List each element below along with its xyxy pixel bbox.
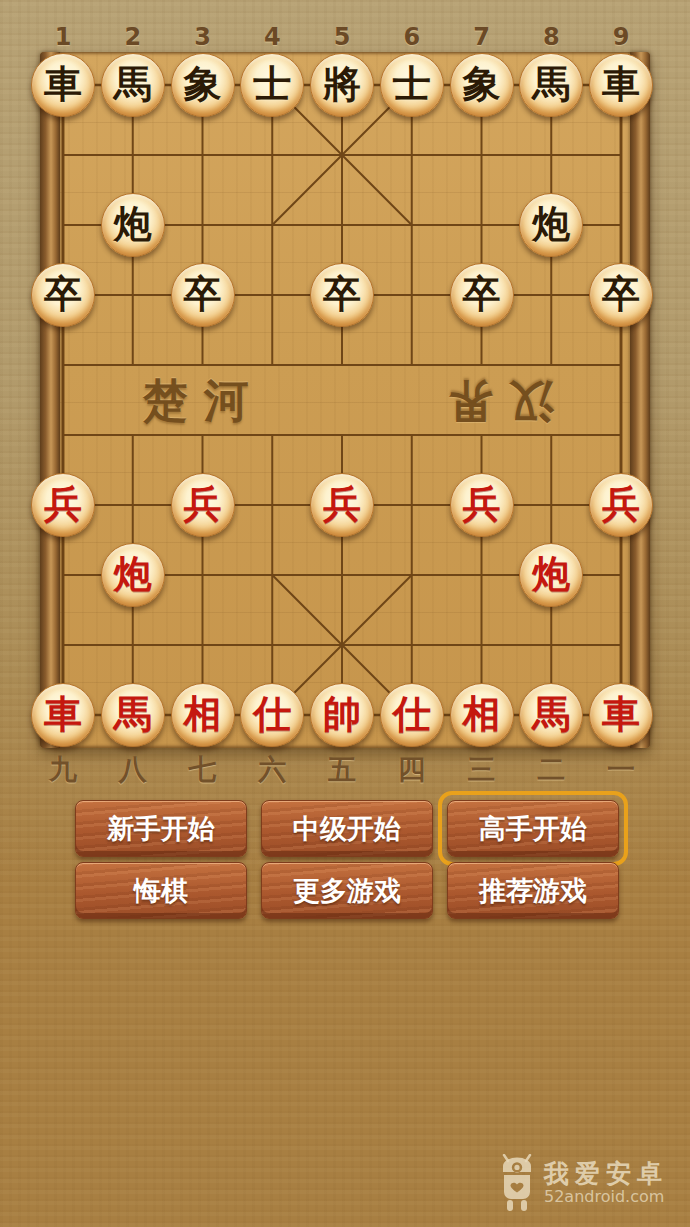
- piece-black-車[interactable]: 車: [31, 53, 95, 117]
- piece-red-相[interactable]: 相: [171, 683, 235, 747]
- watermark: 我爱安卓 52android.com: [499, 1154, 668, 1212]
- file-number-bottom-2: 八: [103, 752, 163, 788]
- piece-red-車[interactable]: 車: [31, 683, 95, 747]
- file-number-bottom-9: 一: [591, 752, 651, 788]
- file-number-top-8: 8: [521, 22, 581, 52]
- button-start-beginner[interactable]: 新手开始: [75, 800, 247, 857]
- button-more-games[interactable]: 更多游戏: [261, 862, 433, 919]
- piece-red-炮[interactable]: 炮: [519, 543, 583, 607]
- piece-red-兵[interactable]: 兵: [450, 473, 514, 537]
- piece-red-仕[interactable]: 仕: [380, 683, 444, 747]
- piece-black-士[interactable]: 士: [240, 53, 304, 117]
- piece-black-馬[interactable]: 馬: [519, 53, 583, 117]
- board-left-rail: [40, 52, 60, 748]
- piece-black-象[interactable]: 象: [171, 53, 235, 117]
- piece-black-將[interactable]: 將: [310, 53, 374, 117]
- file-number-top-4: 4: [242, 22, 302, 52]
- file-number-bottom-4: 六: [242, 752, 302, 788]
- file-number-top-3: 3: [173, 22, 233, 52]
- button-undo-move[interactable]: 悔棋: [75, 862, 247, 919]
- file-number-top-7: 7: [452, 22, 512, 52]
- menu-button-grid: 新手开始中级开始高手开始悔棋更多游戏推荐游戏: [75, 800, 619, 919]
- piece-red-馬[interactable]: 馬: [519, 683, 583, 747]
- piece-red-帥[interactable]: 帥: [310, 683, 374, 747]
- piece-red-仕[interactable]: 仕: [240, 683, 304, 747]
- piece-black-卒[interactable]: 卒: [171, 263, 235, 327]
- piece-black-卒[interactable]: 卒: [450, 263, 514, 327]
- file-number-bottom-6: 四: [382, 752, 442, 788]
- watermark-title: 我爱安卓: [544, 1160, 668, 1188]
- piece-red-兵[interactable]: 兵: [589, 473, 653, 537]
- piece-black-馬[interactable]: 馬: [101, 53, 165, 117]
- piece-black-炮[interactable]: 炮: [101, 193, 165, 257]
- file-number-bottom-1: 九: [33, 752, 93, 788]
- board-right-rail: [630, 52, 650, 748]
- file-number-top-9: 9: [591, 22, 651, 52]
- button-recommended-games[interactable]: 推荐游戏: [447, 862, 619, 919]
- file-number-top-6: 6: [382, 22, 442, 52]
- file-number-top-1: 1: [33, 22, 93, 52]
- file-number-top-2: 2: [103, 22, 163, 52]
- piece-black-士[interactable]: 士: [380, 53, 444, 117]
- watermark-site: 52android.com: [544, 1187, 664, 1208]
- file-number-bottom-7: 三: [452, 752, 512, 788]
- button-start-master[interactable]: 高手开始: [447, 800, 619, 857]
- file-number-top-5: 5: [312, 22, 372, 52]
- button-start-intermediate[interactable]: 中级开始: [261, 800, 433, 857]
- piece-red-車[interactable]: 車: [589, 683, 653, 747]
- piece-black-卒[interactable]: 卒: [31, 263, 95, 327]
- river-label-chuhe: 楚河: [143, 368, 265, 434]
- piece-red-相[interactable]: 相: [450, 683, 514, 747]
- file-number-bottom-8: 二: [521, 752, 581, 788]
- piece-black-炮[interactable]: 炮: [519, 193, 583, 257]
- piece-red-兵[interactable]: 兵: [31, 473, 95, 537]
- xiangqi-board[interactable]: 楚河 汉界 車馬象士將士象馬車炮炮卒卒卒卒卒兵兵兵兵兵炮炮車馬相仕帥仕相馬車: [40, 52, 650, 748]
- piece-red-兵[interactable]: 兵: [171, 473, 235, 537]
- piece-black-卒[interactable]: 卒: [589, 263, 653, 327]
- board-grid-lines: [40, 52, 650, 748]
- piece-red-兵[interactable]: 兵: [310, 473, 374, 537]
- piece-black-車[interactable]: 車: [589, 53, 653, 117]
- file-number-bottom-5: 五: [312, 752, 372, 788]
- piece-red-馬[interactable]: 馬: [101, 683, 165, 747]
- file-number-bottom-3: 七: [173, 752, 233, 788]
- xiangqi-app-screen: 123456789 楚河 汉界 車馬象士將士象馬車炮炮卒卒卒卒卒兵兵兵兵兵炮炮車…: [0, 0, 690, 1227]
- piece-red-炮[interactable]: 炮: [101, 543, 165, 607]
- river-label-hanjie: 汉界: [432, 368, 554, 434]
- piece-black-象[interactable]: 象: [450, 53, 514, 117]
- piece-black-卒[interactable]: 卒: [310, 263, 374, 327]
- android-mascot-icon: [499, 1154, 535, 1212]
